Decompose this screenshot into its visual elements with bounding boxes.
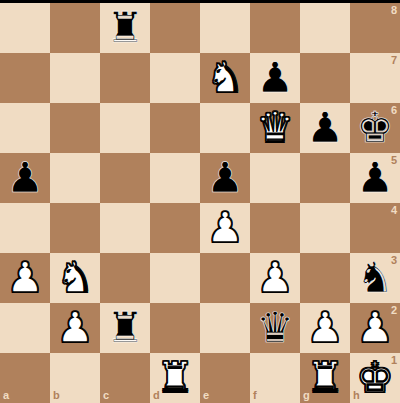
white-rook[interactable]: ♜ (156, 357, 194, 399)
square-h5[interactable]: ♟5 (350, 153, 400, 203)
square-f2[interactable]: ♛ (250, 303, 300, 353)
square-d3[interactable] (150, 253, 200, 303)
file-label-a: a (3, 390, 9, 401)
square-b5[interactable] (50, 153, 100, 203)
square-a8[interactable] (0, 3, 50, 53)
square-d8[interactable] (150, 3, 200, 53)
rank-label-8: 8 (391, 5, 397, 16)
square-e8[interactable] (200, 3, 250, 53)
square-b3[interactable]: ♞ (50, 253, 100, 303)
white-pawn[interactable]: ♟ (256, 257, 294, 299)
square-e6[interactable] (200, 103, 250, 153)
square-c8[interactable]: ♜ (100, 3, 150, 53)
square-b6[interactable] (50, 103, 100, 153)
square-d6[interactable] (150, 103, 200, 153)
white-pawn[interactable]: ♟ (6, 257, 44, 299)
file-label-e: e (203, 390, 209, 401)
square-c5[interactable] (100, 153, 150, 203)
square-f5[interactable] (250, 153, 300, 203)
square-f6[interactable]: ♛ (250, 103, 300, 153)
rank-label-7: 7 (391, 55, 397, 66)
white-knight[interactable]: ♞ (206, 57, 244, 99)
square-a7[interactable] (0, 53, 50, 103)
square-g1[interactable]: ♜g (300, 353, 350, 403)
white-knight[interactable]: ♞ (56, 257, 94, 299)
square-g5[interactable] (300, 153, 350, 203)
square-d7[interactable] (150, 53, 200, 103)
white-queen[interactable]: ♛ (256, 107, 294, 149)
file-label-c: c (103, 390, 109, 401)
black-pawn[interactable]: ♟ (356, 157, 394, 199)
rank-label-4: 4 (391, 205, 397, 216)
square-e1[interactable]: e (200, 353, 250, 403)
square-a6[interactable] (0, 103, 50, 153)
black-pawn[interactable]: ♟ (6, 157, 44, 199)
square-d1[interactable]: ♜d (150, 353, 200, 403)
square-f1[interactable]: f (250, 353, 300, 403)
chess-board: ♜8♞♟7♛♟♚6♟♟♟5♟4♟♞♟♞3♟♜♛♟♟2abc♜def♜g♚1h (0, 3, 400, 403)
square-c3[interactable] (100, 253, 150, 303)
square-b2[interactable]: ♟ (50, 303, 100, 353)
chess-app-window: ♜8♞♟7♛♟♚6♟♟♟5♟4♟♞♟♞3♟♜♛♟♟2abc♜def♜g♚1h (0, 0, 400, 403)
black-pawn[interactable]: ♟ (256, 57, 294, 99)
white-pawn[interactable]: ♟ (56, 307, 94, 349)
black-king[interactable]: ♚ (356, 107, 394, 149)
square-f4[interactable] (250, 203, 300, 253)
black-pawn[interactable]: ♟ (306, 107, 344, 149)
white-rook[interactable]: ♜ (306, 357, 344, 399)
square-a2[interactable] (0, 303, 50, 353)
square-h8[interactable]: 8 (350, 3, 400, 53)
square-d2[interactable] (150, 303, 200, 353)
black-rook[interactable]: ♜ (106, 307, 144, 349)
square-a1[interactable]: a (0, 353, 50, 403)
square-d5[interactable] (150, 153, 200, 203)
square-h4[interactable]: 4 (350, 203, 400, 253)
white-pawn[interactable]: ♟ (306, 307, 344, 349)
square-c2[interactable]: ♜ (100, 303, 150, 353)
square-h2[interactable]: ♟2 (350, 303, 400, 353)
square-f3[interactable]: ♟ (250, 253, 300, 303)
square-a5[interactable]: ♟ (0, 153, 50, 203)
white-pawn[interactable]: ♟ (206, 207, 244, 249)
square-d4[interactable] (150, 203, 200, 253)
square-c1[interactable]: c (100, 353, 150, 403)
square-b8[interactable] (50, 3, 100, 53)
square-e4[interactable]: ♟ (200, 203, 250, 253)
square-g2[interactable]: ♟ (300, 303, 350, 353)
black-knight[interactable]: ♞ (356, 257, 394, 299)
square-h3[interactable]: ♞3 (350, 253, 400, 303)
square-b7[interactable] (50, 53, 100, 103)
square-c6[interactable] (100, 103, 150, 153)
square-e3[interactable] (200, 253, 250, 303)
file-label-b: b (53, 390, 60, 401)
white-king[interactable]: ♚ (356, 357, 394, 399)
black-pawn[interactable]: ♟ (206, 157, 244, 199)
square-g4[interactable] (300, 203, 350, 253)
square-g6[interactable]: ♟ (300, 103, 350, 153)
square-c7[interactable] (100, 53, 150, 103)
square-b4[interactable] (50, 203, 100, 253)
black-queen[interactable]: ♛ (256, 307, 294, 349)
square-g7[interactable] (300, 53, 350, 103)
square-f8[interactable] (250, 3, 300, 53)
square-g8[interactable] (300, 3, 350, 53)
square-h6[interactable]: ♚6 (350, 103, 400, 153)
square-e7[interactable]: ♞ (200, 53, 250, 103)
square-a3[interactable]: ♟ (0, 253, 50, 303)
file-label-f: f (253, 390, 257, 401)
square-f7[interactable]: ♟ (250, 53, 300, 103)
square-h7[interactable]: 7 (350, 53, 400, 103)
square-e2[interactable] (200, 303, 250, 353)
square-b1[interactable]: b (50, 353, 100, 403)
square-g3[interactable] (300, 253, 350, 303)
square-c4[interactable] (100, 203, 150, 253)
square-h1[interactable]: ♚1h (350, 353, 400, 403)
white-pawn[interactable]: ♟ (356, 307, 394, 349)
black-rook[interactable]: ♜ (106, 7, 144, 49)
square-a4[interactable] (0, 203, 50, 253)
square-e5[interactable]: ♟ (200, 153, 250, 203)
